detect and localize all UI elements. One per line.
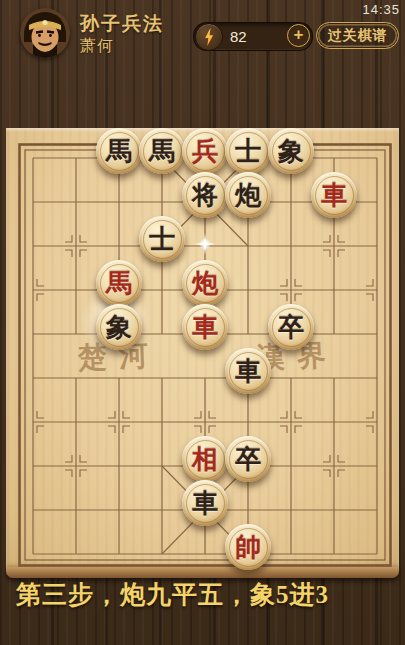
piece-black-horse[interactable]: 馬 bbox=[139, 128, 185, 174]
piece-black-horse[interactable]: 馬 bbox=[96, 128, 142, 174]
piece-red-soldier[interactable]: 兵 bbox=[182, 128, 228, 174]
energy-pill: 82 + bbox=[193, 22, 313, 51]
piece-red-chariot[interactable]: 車 bbox=[182, 304, 228, 350]
piece-red-cannon[interactable]: 炮 bbox=[182, 260, 228, 306]
piece-black-elephant[interactable]: 象 bbox=[268, 128, 314, 174]
piece-black-cannon[interactable]: 炮 bbox=[225, 172, 271, 218]
plus-icon: + bbox=[294, 25, 304, 44]
sparkle-effect bbox=[194, 233, 216, 255]
player-title: 孙子兵法 bbox=[80, 11, 164, 37]
player-avatar[interactable] bbox=[20, 8, 70, 58]
piece-black-chariot[interactable]: 車 bbox=[182, 480, 228, 526]
piece-red-horse[interactable]: 馬 bbox=[96, 260, 142, 306]
xiangqi-board[interactable]: 楚河 漢界 馬馬兵士象将炮車士馬炮象車卒車相卒車帥 bbox=[6, 128, 399, 578]
piece-black-soldier[interactable]: 卒 bbox=[268, 304, 314, 350]
piece-red-elephant[interactable]: 相 bbox=[182, 436, 228, 482]
player-name: 萧何 bbox=[80, 36, 114, 57]
piece-black-chariot[interactable]: 車 bbox=[225, 348, 271, 394]
energy-value: 82 bbox=[230, 28, 247, 45]
piece-red-general[interactable]: 帥 bbox=[225, 524, 271, 570]
clock: 14:35 bbox=[362, 2, 400, 17]
piece-red-chariot[interactable]: 車 bbox=[311, 172, 357, 218]
piece-black-advisor[interactable]: 士 bbox=[139, 216, 185, 262]
lightning-icon bbox=[203, 28, 215, 46]
add-energy-button[interactable]: + bbox=[287, 24, 310, 47]
manual-button[interactable]: 过关棋谱 bbox=[316, 22, 399, 49]
app-header: 14:35 孙子兵法 萧何 82 + 过关棋谱 bbox=[0, 0, 405, 128]
piece-black-elephant[interactable]: 象 bbox=[96, 304, 142, 350]
piece-black-general[interactable]: 将 bbox=[182, 172, 228, 218]
energy-icon bbox=[195, 23, 223, 51]
move-caption: 第三步，炮九平五，象5进3 bbox=[16, 578, 396, 611]
piece-black-advisor[interactable]: 士 bbox=[225, 128, 271, 174]
piece-black-soldier[interactable]: 卒 bbox=[225, 436, 271, 482]
